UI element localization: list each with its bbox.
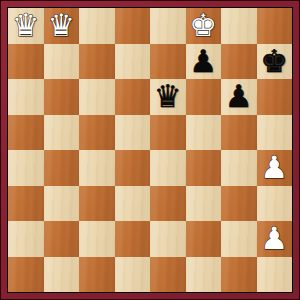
- square-a7[interactable]: [8, 44, 44, 80]
- square-d1[interactable]: [115, 257, 151, 293]
- square-c7[interactable]: [79, 44, 115, 80]
- square-h1[interactable]: [257, 257, 293, 293]
- square-a2[interactable]: [8, 221, 44, 257]
- square-b3[interactable]: [44, 186, 80, 222]
- square-a3[interactable]: [8, 186, 44, 222]
- square-e6[interactable]: ♛: [150, 79, 186, 115]
- black-king-h7: ♚: [260, 44, 288, 80]
- square-c4[interactable]: [79, 150, 115, 186]
- square-h7[interactable]: ♚: [257, 44, 293, 80]
- square-b2[interactable]: [44, 221, 80, 257]
- square-d3[interactable]: [115, 186, 151, 222]
- square-a6[interactable]: [8, 79, 44, 115]
- square-e1[interactable]: [150, 257, 186, 293]
- white-queen-a8: ♛: [12, 8, 40, 44]
- square-h6[interactable]: [257, 79, 293, 115]
- square-h8[interactable]: [257, 8, 293, 44]
- square-f2[interactable]: [186, 221, 222, 257]
- chess-board-border: ♛♛♚♟︎♚♛♟︎♟︎♟︎: [7, 7, 293, 293]
- square-a5[interactable]: [8, 115, 44, 151]
- square-d8[interactable]: [115, 8, 151, 44]
- square-d4[interactable]: [115, 150, 151, 186]
- square-d2[interactable]: [115, 221, 151, 257]
- square-b6[interactable]: [44, 79, 80, 115]
- white-queen-b8: ♛: [47, 8, 75, 44]
- white-pawn-h2: ♟︎: [260, 221, 288, 257]
- square-e8[interactable]: [150, 8, 186, 44]
- square-d5[interactable]: [115, 115, 151, 151]
- square-c1[interactable]: [79, 257, 115, 293]
- square-h2[interactable]: ♟︎: [257, 221, 293, 257]
- square-d6[interactable]: [115, 79, 151, 115]
- square-c6[interactable]: [79, 79, 115, 115]
- square-g8[interactable]: [221, 8, 257, 44]
- square-g5[interactable]: [221, 115, 257, 151]
- square-g3[interactable]: [221, 186, 257, 222]
- square-e7[interactable]: [150, 44, 186, 80]
- square-f7[interactable]: ♟︎: [186, 44, 222, 80]
- square-b7[interactable]: [44, 44, 80, 80]
- square-f5[interactable]: [186, 115, 222, 151]
- square-c2[interactable]: [79, 221, 115, 257]
- square-a4[interactable]: [8, 150, 44, 186]
- square-g7[interactable]: [221, 44, 257, 80]
- square-e3[interactable]: [150, 186, 186, 222]
- square-e4[interactable]: [150, 150, 186, 186]
- chess-board: ♛♛♚♟︎♚♛♟︎♟︎♟︎: [8, 8, 292, 292]
- square-a1[interactable]: [8, 257, 44, 293]
- square-f8[interactable]: ♚: [186, 8, 222, 44]
- square-h5[interactable]: [257, 115, 293, 151]
- square-b5[interactable]: [44, 115, 80, 151]
- black-pawn-f7: ♟︎: [189, 44, 217, 80]
- square-f6[interactable]: [186, 79, 222, 115]
- square-e2[interactable]: [150, 221, 186, 257]
- white-pawn-h4: ♟︎: [260, 150, 288, 186]
- square-b4[interactable]: [44, 150, 80, 186]
- square-f1[interactable]: [186, 257, 222, 293]
- square-d7[interactable]: [115, 44, 151, 80]
- square-c8[interactable]: [79, 8, 115, 44]
- square-b8[interactable]: ♛: [44, 8, 80, 44]
- square-f3[interactable]: [186, 186, 222, 222]
- square-c3[interactable]: [79, 186, 115, 222]
- black-pawn-g6: ♟︎: [225, 79, 253, 115]
- square-b1[interactable]: [44, 257, 80, 293]
- square-g1[interactable]: [221, 257, 257, 293]
- white-king-f8: ♚: [189, 8, 217, 44]
- chess-board-frame: ♛♛♚♟︎♚♛♟︎♟︎♟︎: [0, 0, 300, 300]
- square-g2[interactable]: [221, 221, 257, 257]
- square-a8[interactable]: ♛: [8, 8, 44, 44]
- square-h3[interactable]: [257, 186, 293, 222]
- square-h4[interactable]: ♟︎: [257, 150, 293, 186]
- square-e5[interactable]: [150, 115, 186, 151]
- square-g4[interactable]: [221, 150, 257, 186]
- square-c5[interactable]: [79, 115, 115, 151]
- square-g6[interactable]: ♟︎: [221, 79, 257, 115]
- black-queen-e6: ♛: [154, 79, 182, 115]
- square-f4[interactable]: [186, 150, 222, 186]
